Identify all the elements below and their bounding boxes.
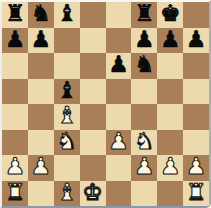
square-c7[interactable]: [54, 28, 80, 54]
square-b7[interactable]: ♟: [28, 28, 54, 54]
piece-black-bishop: ♝: [56, 79, 77, 102]
square-g6[interactable]: [157, 53, 183, 79]
square-a8[interactable]: ♜: [2, 2, 28, 28]
square-a2[interactable]: ♟: [2, 155, 28, 181]
piece-white-pawn: ♟: [186, 155, 207, 178]
piece-white-pawn: ♟: [134, 155, 155, 178]
square-g8[interactable]: ♚: [157, 2, 183, 28]
square-e6[interactable]: ♟: [106, 53, 132, 79]
square-b5[interactable]: [28, 79, 54, 105]
square-c1[interactable]: ♝: [54, 181, 80, 207]
piece-black-knight: ♞: [31, 2, 52, 25]
square-e2[interactable]: [106, 155, 132, 181]
square-e8[interactable]: [106, 2, 132, 28]
piece-black-rook: ♜: [5, 2, 26, 25]
square-d5[interactable]: [80, 79, 106, 105]
square-f2[interactable]: ♟: [131, 155, 157, 181]
piece-black-pawn: ♟: [160, 28, 181, 51]
square-g7[interactable]: ♟: [157, 28, 183, 54]
square-g3[interactable]: [157, 130, 183, 156]
piece-black-knight: ♞: [134, 53, 155, 76]
square-f5[interactable]: [131, 79, 157, 105]
piece-white-bishop: ♝: [56, 104, 77, 127]
piece-black-pawn: ♟: [108, 53, 129, 76]
square-a1[interactable]: ♜: [2, 181, 28, 207]
piece-white-rook: ♜: [5, 181, 26, 204]
square-e5[interactable]: [106, 79, 132, 105]
square-g5[interactable]: [157, 79, 183, 105]
square-d8[interactable]: [80, 2, 106, 28]
square-f6[interactable]: ♞: [131, 53, 157, 79]
piece-black-bishop: ♝: [56, 2, 77, 25]
chess-board[interactable]: ♜♞♝♜♚♟♟♟♟♟♟♞♝♝♞♟♞♟♟♟♟♟♜♝♚♜: [2, 2, 209, 206]
square-g4[interactable]: [157, 104, 183, 130]
square-b8[interactable]: ♞: [28, 2, 54, 28]
piece-black-king: ♚: [160, 2, 181, 25]
piece-white-rook: ♜: [186, 181, 207, 204]
square-a3[interactable]: [2, 130, 28, 156]
square-a4[interactable]: [2, 104, 28, 130]
square-c3[interactable]: ♞: [54, 130, 80, 156]
square-g1[interactable]: [157, 181, 183, 207]
square-d7[interactable]: [80, 28, 106, 54]
square-c8[interactable]: ♝: [54, 2, 80, 28]
square-a6[interactable]: [2, 53, 28, 79]
piece-white-bishop: ♝: [56, 181, 77, 204]
piece-white-knight: ♞: [134, 130, 155, 153]
square-b2[interactable]: ♟: [28, 155, 54, 181]
square-c5[interactable]: ♝: [54, 79, 80, 105]
square-d2[interactable]: [80, 155, 106, 181]
square-e7[interactable]: [106, 28, 132, 54]
square-h2[interactable]: ♟: [183, 155, 209, 181]
square-d4[interactable]: [80, 104, 106, 130]
square-e4[interactable]: [106, 104, 132, 130]
square-d1[interactable]: ♚: [80, 181, 106, 207]
square-f7[interactable]: ♟: [131, 28, 157, 54]
square-f4[interactable]: [131, 104, 157, 130]
square-e3[interactable]: ♟: [106, 130, 132, 156]
square-f3[interactable]: ♞: [131, 130, 157, 156]
square-c2[interactable]: [54, 155, 80, 181]
square-b4[interactable]: [28, 104, 54, 130]
square-b1[interactable]: [28, 181, 54, 207]
square-h6[interactable]: [183, 53, 209, 79]
square-f8[interactable]: ♜: [131, 2, 157, 28]
piece-white-king: ♚: [82, 181, 103, 204]
piece-black-rook: ♜: [134, 2, 155, 25]
square-h8[interactable]: [183, 2, 209, 28]
square-f1[interactable]: [131, 181, 157, 207]
square-h1[interactable]: ♜: [183, 181, 209, 207]
piece-black-pawn: ♟: [134, 28, 155, 51]
square-a7[interactable]: ♟: [2, 28, 28, 54]
chess-board-window: ♜♞♝♜♚♟♟♟♟♟♟♞♝♝♞♟♞♟♟♟♟♟♜♝♚♜: [0, 0, 211, 208]
square-a5[interactable]: [2, 79, 28, 105]
square-d6[interactable]: [80, 53, 106, 79]
square-b6[interactable]: [28, 53, 54, 79]
square-c6[interactable]: [54, 53, 80, 79]
square-h7[interactable]: ♟: [183, 28, 209, 54]
square-c4[interactable]: ♝: [54, 104, 80, 130]
piece-black-pawn: ♟: [5, 28, 26, 51]
piece-white-pawn: ♟: [108, 130, 129, 153]
piece-white-pawn: ♟: [5, 155, 26, 178]
square-e1[interactable]: [106, 181, 132, 207]
square-b3[interactable]: [28, 130, 54, 156]
piece-black-pawn: ♟: [31, 28, 52, 51]
piece-white-pawn: ♟: [31, 155, 52, 178]
square-h3[interactable]: [183, 130, 209, 156]
piece-black-pawn: ♟: [186, 28, 207, 51]
piece-white-knight: ♞: [56, 130, 77, 153]
square-g2[interactable]: ♟: [157, 155, 183, 181]
square-d3[interactable]: [80, 130, 106, 156]
piece-white-pawn: ♟: [160, 155, 181, 178]
square-h4[interactable]: [183, 104, 209, 130]
square-h5[interactable]: [183, 79, 209, 105]
